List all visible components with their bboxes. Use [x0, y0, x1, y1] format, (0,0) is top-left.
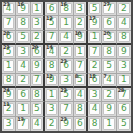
cell-r2c3[interactable]: 3 [31, 16, 45, 30]
cell-digit: 4 [63, 32, 69, 41]
cell-tile: 1 [118, 75, 130, 85]
cell-tile: 6 [103, 17, 114, 28]
cell-r5c8[interactable]: 5 [102, 59, 116, 73]
cage-sum-label: 23 [3, 45, 9, 50]
cell-digit: 1 [20, 104, 26, 113]
cage-sum-label: 11 [3, 102, 9, 107]
cell-r3c8[interactable]: 320 [102, 31, 116, 45]
cell-digit: 1 [121, 75, 127, 84]
cell-r3c3[interactable]: 2 [31, 31, 45, 45]
cell-tile: 4 [75, 89, 85, 100]
cell-digit: 8 [34, 90, 40, 99]
cell-r4c9[interactable]: 9 [117, 45, 131, 59]
cell-tile: 1 [60, 17, 71, 28]
cell-r2c8[interactable]: 6 [102, 16, 116, 30]
cage-sum-label: 16 [60, 2, 66, 7]
cell-r4c4[interactable]: 414 [45, 45, 59, 59]
cell-r1c7[interactable]: 5 [88, 2, 102, 16]
cell-r8c9[interactable]: 6 [117, 102, 131, 116]
cage-sum-label: 8 [75, 74, 78, 79]
cell-tile: 1 [89, 32, 100, 42]
cell-r8c6[interactable]: 8 [74, 102, 88, 116]
cell-r3c7[interactable]: 1 [88, 31, 102, 45]
cell-tile: 7 [89, 46, 100, 57]
cell-digit: 5 [92, 4, 98, 13]
cell-r3c5[interactable]: 4 [59, 31, 73, 45]
cell-digit: 2 [20, 75, 26, 84]
cell-tile: 9 [32, 60, 42, 71]
cell-r2c7[interactable]: 917 [88, 16, 102, 30]
cell-tile: 2 [32, 32, 42, 42]
cell-r4c5[interactable]: 2 [59, 45, 73, 59]
cell-r5c7[interactable]: 2 [88, 59, 102, 73]
cell-r5c6[interactable]: 7 [74, 59, 88, 73]
cell-r1c5[interactable]: 816 [59, 2, 73, 16]
cage-sum-label: 12 [46, 16, 52, 21]
cell-digit: 4 [20, 61, 26, 70]
cell-digit: 7 [92, 47, 98, 56]
cage-sum-label: 16 [17, 2, 23, 7]
cell-tile: 8 [3, 75, 14, 85]
cell-tile: 5 [103, 60, 114, 71]
cell-digit: 4 [121, 18, 127, 27]
cell-r2c4[interactable]: 512 [45, 16, 59, 30]
cell-r7c7[interactable]: 3 [88, 88, 102, 102]
cell-tile: 2 [46, 118, 57, 130]
cage-sum-label: 12 [46, 74, 52, 79]
cell-digit: 3 [121, 61, 127, 70]
cell-tile: 4 [17, 60, 28, 71]
cell-digit: 3 [63, 75, 69, 84]
cell-r6c8[interactable]: 47 [102, 74, 116, 88]
cell-r4c2[interactable]: 3 [16, 45, 30, 59]
cell-r7c6[interactable]: 4 [74, 88, 88, 102]
cell-r1c8[interactable]: 727 [102, 2, 116, 16]
cell-tile: 7 [75, 60, 85, 71]
cell-tile: 3 [32, 17, 42, 28]
cell-tile: 2 [89, 60, 100, 71]
cell-tile: 1 [75, 46, 85, 57]
cell-digit: 6 [49, 4, 55, 13]
cell-r6c4[interactable]: 912 [45, 74, 59, 88]
cell-tile: 3 [17, 46, 28, 57]
cell-r3c9[interactable]: 8 [117, 31, 131, 45]
cell-r3c6[interactable]: 910 [74, 31, 88, 45]
cell-r8c1[interactable]: 211 [2, 102, 16, 116]
cell-digit: 8 [77, 104, 83, 113]
cage-sum-label: 27 [103, 2, 109, 7]
cell-tile: 7 [46, 32, 57, 42]
cell-digit: 9 [34, 61, 40, 70]
cell-digit: 7 [49, 32, 55, 41]
cell-tile: 7 [3, 17, 14, 28]
cell-r9c8[interactable]: 1 [102, 117, 116, 131]
cell-tile: 3 [3, 118, 14, 130]
cell-r9c3[interactable]: 4 [31, 117, 45, 131]
cell-digit: 3 [49, 104, 55, 113]
cell-digit: 3 [34, 18, 40, 27]
cell-r9c9[interactable]: 5 [117, 117, 131, 131]
cell-digit: 2 [77, 18, 83, 27]
cell-r5c2[interactable]: 4 [16, 59, 30, 73]
cell-tile: 5 [32, 103, 42, 114]
cell-tile: 8 [32, 89, 42, 100]
cell-tile: 2 [103, 89, 114, 100]
cell-digit: 2 [106, 90, 112, 99]
cell-tile: 6 [118, 103, 130, 114]
cell-r8c7[interactable]: 4 [88, 102, 102, 116]
cage-sum-label: 20 [103, 31, 109, 36]
cell-r1c1[interactable]: 423 [2, 2, 16, 16]
cell-tile: 1 [3, 60, 14, 71]
cell-tile: 8 [75, 103, 85, 114]
cell-r3c4[interactable]: 7 [45, 31, 59, 45]
cage-sum-label: 23 [60, 59, 66, 64]
cell-r7c1[interactable]: 924 [2, 88, 16, 102]
cell-tile: 3 [60, 75, 71, 85]
cell-tile: 1 [103, 118, 114, 130]
cell-r9c1[interactable]: 3 [2, 117, 16, 131]
cell-digit: 2 [34, 32, 40, 41]
cell-digit: 4 [77, 90, 83, 99]
cell-r2c9[interactable]: 4 [117, 16, 131, 30]
cell-r9c5[interactable]: 923 [59, 117, 73, 131]
cell-digit: 4 [92, 104, 98, 113]
cell-r9c4[interactable]: 2 [45, 117, 59, 131]
cell-tile: 1 [32, 3, 42, 14]
cage-sum-label: 20 [3, 31, 9, 36]
cell-digit: 8 [49, 61, 55, 70]
cell-digit: 6 [121, 104, 127, 113]
cell-digit: 5 [106, 61, 112, 70]
cell-r1c4[interactable]: 6 [45, 2, 59, 16]
cell-r7c4[interactable]: 1 [45, 88, 59, 102]
cell-tile: 3 [118, 60, 130, 71]
cell-digit: 5 [20, 32, 26, 41]
cell-r2c1[interactable]: 7 [2, 16, 16, 30]
cage-sum-label: 14 [46, 45, 52, 50]
cell-digit: 6 [77, 119, 83, 128]
cell-tile: 5 [118, 118, 130, 130]
cell-r2c5[interactable]: 1 [59, 16, 73, 30]
cell-tile: 6 [17, 89, 28, 100]
cell-tile: 2 [118, 3, 130, 14]
cell-r9c2[interactable]: 713 [16, 117, 30, 131]
cage-sum-label: 17 [89, 16, 95, 21]
cell-r8c3[interactable]: 5 [31, 102, 45, 116]
cell-r6c2[interactable]: 2 [16, 74, 30, 88]
cell-r9c7[interactable]: 8 [88, 117, 102, 131]
cell-digit: 4 [34, 119, 40, 128]
cell-r3c1[interactable]: 620 [2, 31, 16, 45]
cell-r6c6[interactable]: 58 [74, 74, 88, 88]
cell-r4c6[interactable]: 1 [74, 45, 88, 59]
cell-digit: 3 [77, 4, 83, 13]
cell-tile: 8 [118, 32, 130, 42]
cage-sum-label: 13 [17, 117, 23, 122]
cage-sum-label: 28 [118, 88, 124, 93]
cell-r6c7[interactable]: 615 [88, 74, 102, 88]
cell-r3c2[interactable]: 5 [16, 31, 30, 45]
cell-digit: 2 [92, 61, 98, 70]
cell-r7c3[interactable]: 8 [31, 88, 45, 102]
cell-tile: 4 [60, 32, 71, 42]
cell-r2c6[interactable]: 2 [74, 16, 88, 30]
cell-tile: 7 [32, 75, 42, 85]
cell-digit: 7 [6, 18, 12, 27]
cell-digit: 8 [20, 18, 26, 27]
cell-r4c1[interactable]: 523 [2, 45, 16, 59]
cell-digit: 1 [106, 119, 112, 128]
cell-tile: 1 [17, 103, 28, 114]
cage-sum-label: 15 [89, 74, 95, 79]
cell-r8c2[interactable]: 1 [16, 102, 30, 116]
cell-digit: 2 [63, 47, 69, 56]
cell-r9c6[interactable]: 6 [74, 117, 88, 131]
cell-r4c3[interactable]: 620 [31, 45, 45, 59]
cell-tile: 1 [46, 89, 57, 100]
cell-digit: 7 [34, 75, 40, 84]
cell-digit: 9 [106, 104, 112, 113]
cell-digit: 1 [49, 90, 55, 99]
cage-sum-label: 20 [32, 45, 38, 50]
cell-tile: 5 [89, 3, 100, 14]
cell-digit: 3 [20, 47, 26, 56]
cell-tile: 8 [89, 118, 100, 130]
cell-digit: 8 [121, 32, 127, 41]
sudoku-board: 4239161681635727278351212917646205274910… [0, 0, 133, 133]
cell-r1c6[interactable]: 3 [74, 2, 88, 16]
cage-sum-label: 7 [103, 74, 106, 79]
cell-r1c3[interactable]: 1 [31, 2, 45, 16]
cell-r1c2[interactable]: 916 [16, 2, 30, 16]
cell-tile: 3 [75, 3, 85, 14]
cell-tile: 8 [46, 60, 57, 71]
cell-r7c2[interactable]: 6 [16, 88, 30, 102]
cell-r5c9[interactable]: 3 [117, 59, 131, 73]
cell-digit: 8 [106, 47, 112, 56]
cell-digit: 1 [92, 32, 98, 41]
cell-digit: 5 [34, 104, 40, 113]
cell-r5c1[interactable]: 1 [2, 59, 16, 73]
cell-digit: 1 [34, 4, 40, 13]
cell-tile: 4 [89, 103, 100, 114]
cell-tile: 2 [17, 75, 28, 85]
cell-r7c5[interactable]: 523 [59, 88, 73, 102]
cage-sum-label: 24 [3, 88, 9, 93]
cell-digit: 3 [6, 119, 12, 128]
cell-r4c8[interactable]: 8 [102, 45, 116, 59]
cell-digit: 8 [92, 119, 98, 128]
cell-r6c1[interactable]: 8 [2, 74, 16, 88]
cell-tile: 9 [118, 46, 130, 57]
cell-r2c2[interactable]: 8 [16, 16, 30, 30]
cell-r8c4[interactable]: 3 [45, 102, 59, 116]
cage-sum-label: 23 [60, 88, 66, 93]
cell-digit: 6 [20, 90, 26, 99]
cage-sum-label: 10 [75, 31, 81, 36]
cell-digit: 6 [106, 18, 112, 27]
cell-r4c7[interactable]: 7 [88, 45, 102, 59]
cell-r6c3[interactable]: 7 [31, 74, 45, 88]
cell-r5c5[interactable]: 623 [59, 59, 73, 73]
cell-digit: 2 [49, 119, 55, 128]
cell-r6c9[interactable]: 1 [117, 74, 131, 88]
cell-tile: 3 [46, 103, 57, 114]
cell-digit: 7 [63, 104, 69, 113]
cell-tile: 2 [75, 17, 85, 28]
cell-r6c5[interactable]: 3 [59, 74, 73, 88]
cell-r7c8[interactable]: 2 [102, 88, 116, 102]
cell-digit: 7 [77, 61, 83, 70]
cell-digit: 5 [121, 119, 127, 128]
cell-r5c4[interactable]: 8 [45, 59, 59, 73]
cell-tile: 7 [60, 103, 71, 114]
cell-r8c5[interactable]: 7 [59, 102, 73, 116]
cell-digit: 1 [63, 18, 69, 27]
cell-tile: 5 [17, 32, 28, 42]
cage-sum-label: 23 [3, 2, 9, 7]
cell-tile: 6 [46, 3, 57, 14]
cell-tile: 3 [89, 89, 100, 100]
cell-tile: 2 [60, 46, 71, 57]
cell-digit: 8 [6, 75, 12, 84]
cell-r7c9[interactable]: 728 [117, 88, 131, 102]
cell-digit: 1 [6, 61, 12, 70]
cell-digit: 1 [77, 47, 83, 56]
cell-r5c3[interactable]: 9 [31, 59, 45, 73]
cell-digit: 2 [121, 4, 127, 13]
cell-r1c9[interactable]: 2 [117, 2, 131, 16]
cell-tile: 6 [75, 118, 85, 130]
cell-tile: 4 [118, 17, 130, 28]
cell-tile: 8 [103, 46, 114, 57]
cell-digit: 3 [92, 90, 98, 99]
cell-tile: 4 [32, 118, 42, 130]
cell-tile: 8 [17, 17, 28, 28]
cell-r8c8[interactable]: 9 [102, 102, 116, 116]
cell-digit: 9 [121, 47, 127, 56]
cell-tile: 9 [103, 103, 114, 114]
cage-sum-label: 23 [60, 117, 66, 122]
